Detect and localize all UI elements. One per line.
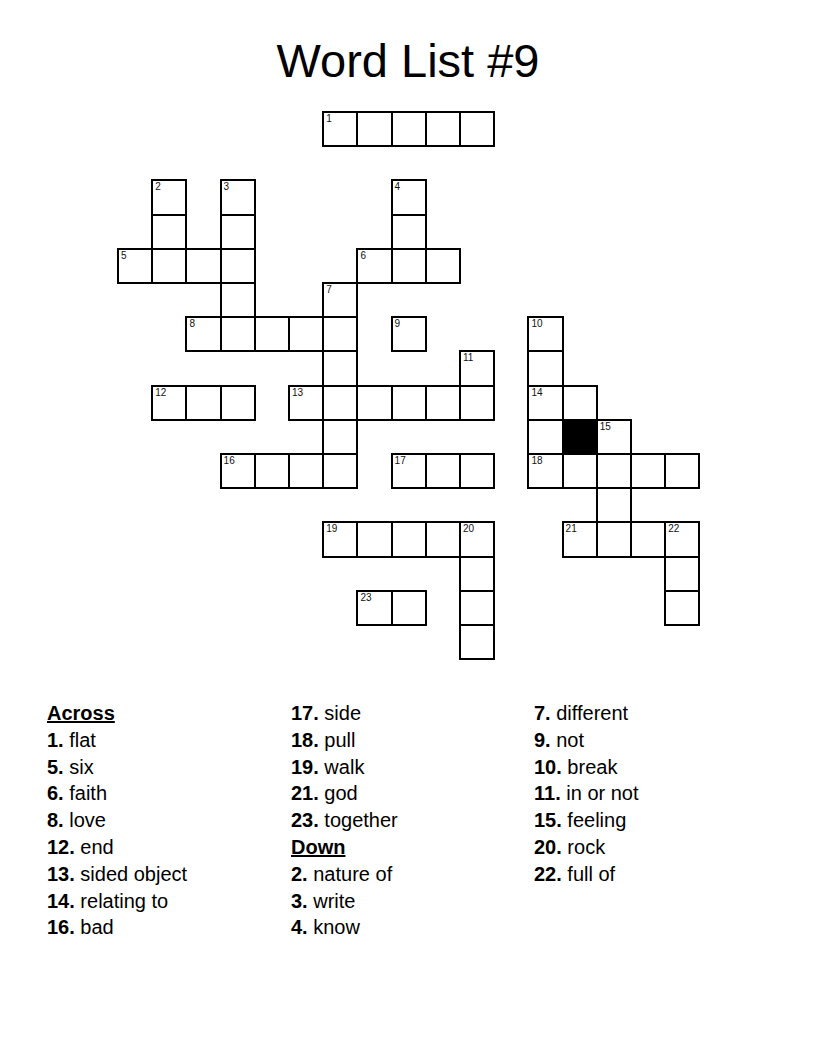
grid-cell[interactable] bbox=[254, 316, 290, 352]
grid-cell[interactable] bbox=[425, 111, 461, 147]
clue-item-text: feeling bbox=[562, 809, 627, 831]
clue-number: 8 bbox=[189, 318, 195, 329]
clue-column-3: 7. different9. not10. break11. in or not… bbox=[534, 700, 639, 888]
clue-section-heading: Down bbox=[291, 834, 398, 861]
clue-item-text: different bbox=[551, 702, 628, 724]
clue-item-text: walk bbox=[319, 756, 365, 778]
clue-number: 12 bbox=[155, 387, 166, 398]
clue-number: 20 bbox=[463, 523, 474, 534]
clue-item: 23. together bbox=[291, 807, 398, 834]
grid-cell[interactable] bbox=[391, 590, 427, 626]
clue-item-number: 3. bbox=[291, 890, 308, 912]
grid-cell[interactable] bbox=[596, 521, 632, 557]
grid-cell[interactable]: 14 bbox=[527, 385, 563, 421]
grid-cell[interactable] bbox=[527, 350, 563, 386]
clue-number: 5 bbox=[121, 250, 127, 261]
grid-cell[interactable]: 10 bbox=[527, 316, 563, 352]
clue-item-text: side bbox=[319, 702, 361, 724]
clue-item-number: 19. bbox=[291, 756, 319, 778]
clue-item: 9. not bbox=[534, 727, 639, 754]
clue-item-text: six bbox=[64, 756, 94, 778]
grid-cell[interactable] bbox=[151, 248, 187, 284]
clue-number: 3 bbox=[224, 181, 230, 192]
grid-cell[interactable] bbox=[391, 521, 427, 557]
clue-number: 19 bbox=[326, 523, 337, 534]
grid-cell[interactable]: 16 bbox=[220, 453, 256, 489]
clue-item-number: 8. bbox=[47, 809, 64, 831]
grid-cell[interactable] bbox=[185, 385, 221, 421]
clue-item-number: 2. bbox=[291, 863, 308, 885]
grid-cell[interactable]: 1 bbox=[322, 111, 358, 147]
clue-number: 16 bbox=[224, 455, 235, 466]
grid-cell[interactable] bbox=[459, 556, 495, 592]
clue-item: 22. full of bbox=[534, 861, 639, 888]
clue-item-text: break bbox=[562, 756, 618, 778]
clue-section-heading: Across bbox=[47, 700, 187, 727]
grid-cell[interactable]: 12 bbox=[151, 385, 187, 421]
clue-number: 18 bbox=[531, 455, 542, 466]
grid-cell[interactable] bbox=[391, 385, 427, 421]
clue-item: 21. god bbox=[291, 780, 398, 807]
clue-number: 11 bbox=[463, 352, 473, 363]
clue-number: 1 bbox=[326, 113, 332, 124]
grid-cell[interactable] bbox=[527, 419, 563, 455]
clue-number: 15 bbox=[600, 421, 611, 432]
clue-item: 15. feeling bbox=[534, 807, 639, 834]
grid-cell[interactable] bbox=[425, 385, 461, 421]
clue-number: 13 bbox=[292, 387, 303, 398]
clue-item: 14. relating to bbox=[47, 888, 187, 915]
grid-cell[interactable] bbox=[356, 521, 392, 557]
grid-cell[interactable] bbox=[562, 453, 598, 489]
grid-cell[interactable] bbox=[356, 111, 392, 147]
clue-item-number: 22. bbox=[534, 863, 562, 885]
grid-cell[interactable]: 18 bbox=[527, 453, 563, 489]
grid-cell[interactable]: 15 bbox=[596, 419, 632, 455]
clue-column-1: Across1. flat5. six6. faith8. love12. en… bbox=[47, 700, 187, 941]
crossword-grid: 1234567891011121314151617181920212223 bbox=[117, 111, 703, 663]
grid-cell[interactable] bbox=[425, 248, 461, 284]
grid-cell[interactable] bbox=[322, 453, 358, 489]
grid-cell[interactable]: 5 bbox=[117, 248, 153, 284]
grid-cell[interactable]: 2 bbox=[151, 179, 187, 215]
grid-cell[interactable] bbox=[664, 590, 700, 626]
clue-number: 7 bbox=[326, 284, 332, 295]
grid-cell[interactable] bbox=[322, 316, 358, 352]
clue-item-text: bad bbox=[75, 916, 114, 938]
grid-cell[interactable] bbox=[220, 248, 256, 284]
clue-item: 11. in or not bbox=[534, 780, 639, 807]
clue-number: 6 bbox=[360, 250, 366, 261]
grid-cell[interactable]: 4 bbox=[391, 179, 427, 215]
clue-item-number: 10. bbox=[534, 756, 562, 778]
clue-item-text: know bbox=[308, 916, 360, 938]
clue-number: 22 bbox=[668, 523, 679, 534]
grid-cell[interactable]: 8 bbox=[185, 316, 221, 352]
grid-cell[interactable]: 11 bbox=[459, 350, 495, 386]
grid-cell[interactable]: 13 bbox=[288, 385, 324, 421]
grid-cell[interactable] bbox=[185, 248, 221, 284]
clue-item: 7. different bbox=[534, 700, 639, 727]
grid-cell[interactable] bbox=[322, 350, 358, 386]
clue-item: 3. write bbox=[291, 888, 398, 915]
page-title: Word List #9 bbox=[0, 33, 816, 89]
grid-cell[interactable] bbox=[459, 453, 495, 489]
clue-item: 12. end bbox=[47, 834, 187, 861]
clue-item-number: 1. bbox=[47, 729, 64, 751]
clue-item-text: rock bbox=[562, 836, 605, 858]
clue-item-text: end bbox=[75, 836, 114, 858]
clue-item: 4. know bbox=[291, 914, 398, 941]
clue-item-number: 14. bbox=[47, 890, 75, 912]
grid-cell[interactable] bbox=[356, 385, 392, 421]
grid-cell[interactable] bbox=[630, 453, 666, 489]
grid-cell[interactable] bbox=[391, 248, 427, 284]
clue-item-number: 12. bbox=[47, 836, 75, 858]
clue-number: 10 bbox=[531, 318, 542, 329]
clue-item-number: 9. bbox=[534, 729, 551, 751]
grid-cell[interactable] bbox=[391, 214, 427, 250]
clue-item-number: 11. bbox=[534, 782, 561, 804]
clue-item-text: relating to bbox=[75, 890, 168, 912]
clue-item: 13. sided object bbox=[47, 861, 187, 888]
grid-cell[interactable] bbox=[425, 453, 461, 489]
clue-item: 6. faith bbox=[47, 780, 187, 807]
grid-cell[interactable] bbox=[391, 111, 427, 147]
grid-cell[interactable]: 3 bbox=[220, 179, 256, 215]
grid-cell[interactable] bbox=[322, 385, 358, 421]
clue-item-text: in or not bbox=[561, 782, 639, 804]
grid-cell[interactable] bbox=[220, 282, 256, 318]
grid-cell[interactable] bbox=[562, 385, 598, 421]
clue-number: 9 bbox=[395, 318, 401, 329]
grid-cell[interactable] bbox=[664, 556, 700, 592]
grid-cell[interactable]: 6 bbox=[356, 248, 392, 284]
grid-cell[interactable]: 9 bbox=[391, 316, 427, 352]
clue-item-text: together bbox=[319, 809, 398, 831]
grid-cell[interactable] bbox=[459, 385, 495, 421]
grid-cell[interactable]: 17 bbox=[391, 453, 427, 489]
clue-number: 23 bbox=[360, 592, 371, 603]
clue-item-text: faith bbox=[64, 782, 107, 804]
clue-item-text: nature of bbox=[308, 863, 393, 885]
clue-column-2: 17. side18. pull19. walk21. god23. toget… bbox=[291, 700, 398, 941]
grid-cell[interactable] bbox=[322, 419, 358, 455]
grid-cell[interactable] bbox=[288, 316, 324, 352]
grid-cell[interactable] bbox=[254, 453, 290, 489]
grid-cell[interactable] bbox=[151, 214, 187, 250]
clue-item-number: 21. bbox=[291, 782, 319, 804]
grid-cell[interactable] bbox=[425, 521, 461, 557]
grid-cell[interactable] bbox=[664, 453, 700, 489]
clue-item-number: 6. bbox=[47, 782, 64, 804]
clue-item: 16. bad bbox=[47, 914, 187, 941]
clue-item-number: 15. bbox=[534, 809, 562, 831]
clue-number: 2 bbox=[155, 181, 161, 192]
clue-item-text: not bbox=[551, 729, 584, 751]
grid-cell[interactable]: 22 bbox=[664, 521, 700, 557]
clue-number: 21 bbox=[566, 523, 577, 534]
clue-item-number: 7. bbox=[534, 702, 551, 724]
clue-item-text: god bbox=[319, 782, 358, 804]
clue-item-number: 20. bbox=[534, 836, 562, 858]
clue-item-text: love bbox=[64, 809, 106, 831]
clue-item: 20. rock bbox=[534, 834, 639, 861]
clue-item: 2. nature of bbox=[291, 861, 398, 888]
grid-cell[interactable] bbox=[596, 487, 632, 523]
grid-cell[interactable]: 7 bbox=[322, 282, 358, 318]
clue-item-text: full of bbox=[562, 863, 615, 885]
clue-item: 19. walk bbox=[291, 754, 398, 781]
grid-cell[interactable] bbox=[459, 590, 495, 626]
clue-item: 18. pull bbox=[291, 727, 398, 754]
clue-item: 10. break bbox=[534, 754, 639, 781]
clue-item-text: flat bbox=[64, 729, 96, 751]
clue-item-text: sided object bbox=[75, 863, 187, 885]
grid-cell[interactable]: 21 bbox=[562, 521, 598, 557]
clue-item: 8. love bbox=[47, 807, 187, 834]
grid-cell[interactable] bbox=[630, 521, 666, 557]
clue-item: 1. flat bbox=[47, 727, 187, 754]
grid-cell[interactable] bbox=[459, 111, 495, 147]
clue-number: 17 bbox=[395, 455, 406, 466]
clue-item: 5. six bbox=[47, 754, 187, 781]
clue-item-number: 5. bbox=[47, 756, 64, 778]
grid-cell[interactable]: 20 bbox=[459, 521, 495, 557]
grid-cell[interactable] bbox=[220, 316, 256, 352]
clue-item-number: 16. bbox=[47, 916, 75, 938]
clue-item-number: 23. bbox=[291, 809, 319, 831]
grid-cell[interactable] bbox=[596, 453, 632, 489]
blocked-cell bbox=[562, 419, 598, 455]
grid-cell[interactable] bbox=[459, 624, 495, 660]
clue-item-number: 13. bbox=[47, 863, 75, 885]
clue-item-number: 18. bbox=[291, 729, 319, 751]
clue-item: 17. side bbox=[291, 700, 398, 727]
grid-cell[interactable]: 19 bbox=[322, 521, 358, 557]
clue-item-text: pull bbox=[319, 729, 356, 751]
grid-cell[interactable] bbox=[288, 453, 324, 489]
grid-cell[interactable] bbox=[220, 214, 256, 250]
clue-item-number: 4. bbox=[291, 916, 308, 938]
grid-cell[interactable] bbox=[220, 385, 256, 421]
clue-number: 4 bbox=[395, 181, 401, 192]
grid-cell[interactable]: 23 bbox=[356, 590, 392, 626]
clue-number: 14 bbox=[531, 387, 542, 398]
clue-item-text: write bbox=[308, 890, 356, 912]
clue-item-number: 17. bbox=[291, 702, 319, 724]
